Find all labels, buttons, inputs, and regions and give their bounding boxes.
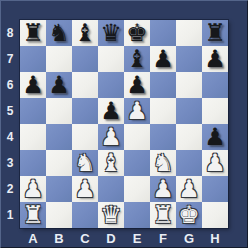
square-e8[interactable]: ♚	[124, 20, 150, 46]
square-e3[interactable]	[124, 150, 150, 176]
square-b4[interactable]	[46, 124, 72, 150]
file-label-e: E	[124, 228, 150, 248]
square-c6[interactable]	[72, 72, 98, 98]
piece-black-pawn: ♟	[152, 46, 174, 72]
square-h6[interactable]	[202, 72, 228, 98]
square-d3[interactable]: ♝	[98, 150, 124, 176]
square-b2[interactable]	[46, 176, 72, 202]
file-label-h: H	[202, 228, 228, 248]
piece-white-king: ♚	[178, 202, 200, 228]
piece-black-king: ♚	[126, 20, 148, 46]
piece-white-pawn: ♟	[126, 98, 148, 124]
square-f2[interactable]: ♟	[150, 176, 176, 202]
rank-label-8: 8	[0, 20, 20, 46]
square-h5[interactable]	[202, 98, 228, 124]
piece-white-bishop: ♝	[100, 150, 122, 176]
square-f3[interactable]: ♞	[150, 150, 176, 176]
square-b1[interactable]	[46, 202, 72, 228]
square-c3[interactable]: ♞	[72, 150, 98, 176]
square-a7[interactable]	[20, 46, 46, 72]
square-e7[interactable]: ♝	[124, 46, 150, 72]
file-label-d: D	[98, 228, 124, 248]
square-h3[interactable]: ♟	[202, 150, 228, 176]
rank-label-4: 4	[0, 124, 20, 150]
square-c7[interactable]	[72, 46, 98, 72]
square-b8[interactable]: ♞	[46, 20, 72, 46]
rank-label-6: 6	[0, 72, 20, 98]
piece-white-rook: ♜	[22, 202, 44, 228]
chessboard-diagram: 87654321 ♜♞♝♛♚♜♝♟♟♟♟♟♟♟♟♟♞♝♞♟♟♟♟♟♜♛♜♚ AB…	[0, 0, 248, 248]
rank-label-7: 7	[0, 46, 20, 72]
square-d6[interactable]	[98, 72, 124, 98]
square-g1[interactable]: ♚	[176, 202, 202, 228]
square-d8[interactable]: ♛	[98, 20, 124, 46]
piece-black-rook: ♜	[204, 20, 226, 46]
square-e4[interactable]	[124, 124, 150, 150]
square-a5[interactable]	[20, 98, 46, 124]
square-c5[interactable]	[72, 98, 98, 124]
square-d4[interactable]: ♟	[98, 124, 124, 150]
piece-black-pawn: ♟	[204, 46, 226, 72]
square-c4[interactable]	[72, 124, 98, 150]
square-g7[interactable]	[176, 46, 202, 72]
square-f6[interactable]	[150, 72, 176, 98]
piece-black-pawn: ♟	[126, 72, 148, 98]
piece-white-rook: ♜	[152, 202, 174, 228]
square-d1[interactable]: ♛	[98, 202, 124, 228]
square-g4[interactable]	[176, 124, 202, 150]
piece-black-bishop: ♝	[126, 46, 148, 72]
piece-black-pawn: ♟	[22, 72, 44, 98]
piece-white-pawn: ♟	[74, 176, 96, 202]
square-a4[interactable]	[20, 124, 46, 150]
piece-white-knight: ♞	[152, 150, 174, 176]
square-h4[interactable]: ♟	[202, 124, 228, 150]
piece-black-pawn: ♟	[48, 72, 70, 98]
file-label-a: A	[20, 228, 46, 248]
square-e5[interactable]: ♟	[124, 98, 150, 124]
square-g6[interactable]	[176, 72, 202, 98]
piece-white-pawn: ♟	[204, 150, 226, 176]
rank-label-1: 1	[0, 202, 20, 228]
piece-white-knight: ♞	[74, 150, 96, 176]
piece-black-pawn: ♟	[100, 98, 122, 124]
square-b5[interactable]	[46, 98, 72, 124]
file-labels: ABCDEFGH	[20, 228, 228, 248]
chess-board: ♜♞♝♛♚♜♝♟♟♟♟♟♟♟♟♟♞♝♞♟♟♟♟♟♜♛♜♚	[20, 20, 228, 228]
square-c1[interactable]	[72, 202, 98, 228]
file-label-b: B	[46, 228, 72, 248]
square-e1[interactable]	[124, 202, 150, 228]
square-h8[interactable]: ♜	[202, 20, 228, 46]
square-b3[interactable]	[46, 150, 72, 176]
piece-black-rook: ♜	[22, 20, 44, 46]
square-h1[interactable]	[202, 202, 228, 228]
piece-white-queen: ♛	[100, 202, 122, 228]
square-f5[interactable]	[150, 98, 176, 124]
rank-labels: 87654321	[0, 20, 20, 228]
piece-white-pawn: ♟	[152, 176, 174, 202]
square-h2[interactable]	[202, 176, 228, 202]
square-d2[interactable]	[98, 176, 124, 202]
piece-white-pawn: ♟	[178, 176, 200, 202]
square-g5[interactable]	[176, 98, 202, 124]
piece-white-pawn: ♟	[100, 124, 122, 150]
square-f1[interactable]: ♜	[150, 202, 176, 228]
rank-label-2: 2	[0, 176, 20, 202]
square-a8[interactable]: ♜	[20, 20, 46, 46]
piece-black-bishop: ♝	[74, 20, 96, 46]
square-a2[interactable]: ♟	[20, 176, 46, 202]
file-label-f: F	[150, 228, 176, 248]
square-e2[interactable]	[124, 176, 150, 202]
square-h7[interactable]: ♟	[202, 46, 228, 72]
square-e6[interactable]: ♟	[124, 72, 150, 98]
square-g8[interactable]	[176, 20, 202, 46]
square-g2[interactable]: ♟	[176, 176, 202, 202]
square-f8[interactable]	[150, 20, 176, 46]
square-d7[interactable]	[98, 46, 124, 72]
piece-white-pawn: ♟	[22, 176, 44, 202]
square-a1[interactable]: ♜	[20, 202, 46, 228]
file-label-g: G	[176, 228, 202, 248]
piece-black-pawn: ♟	[204, 124, 226, 150]
file-label-c: C	[72, 228, 98, 248]
square-b7[interactable]	[46, 46, 72, 72]
square-a6[interactable]: ♟	[20, 72, 46, 98]
rank-label-5: 5	[0, 98, 20, 124]
square-c8[interactable]: ♝	[72, 20, 98, 46]
square-f4[interactable]	[150, 124, 176, 150]
square-c2[interactable]: ♟	[72, 176, 98, 202]
square-b6[interactable]: ♟	[46, 72, 72, 98]
piece-black-knight: ♞	[48, 20, 70, 46]
square-d5[interactable]: ♟	[98, 98, 124, 124]
rank-label-3: 3	[0, 150, 20, 176]
square-g3[interactable]	[176, 150, 202, 176]
piece-black-queen: ♛	[100, 20, 122, 46]
square-a3[interactable]	[20, 150, 46, 176]
square-f7[interactable]: ♟	[150, 46, 176, 72]
